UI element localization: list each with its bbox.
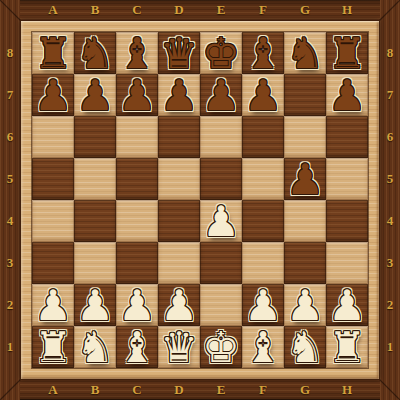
square-b4[interactable] (74, 200, 116, 242)
square-f6[interactable] (242, 116, 284, 158)
square-d3[interactable] (158, 242, 200, 284)
white-pawn-h2[interactable]: ♟ (328, 285, 366, 327)
black-rook-a8[interactable]: ♜ (34, 33, 72, 75)
black-pawn-e7[interactable]: ♟ (202, 75, 240, 117)
file-labels-top: ABCDEFGH (32, 0, 368, 20)
chess-board: ♜♞♝♛♚♝♞♜♟♟♟♟♟♟♟♟♟♟♟♟♟♟♟♟♜♞♝♛♚♝♞♜ (32, 32, 368, 368)
square-g5[interactable]: ♟ (284, 158, 326, 200)
square-d5[interactable] (158, 158, 200, 200)
black-king-e8[interactable]: ♚ (202, 33, 240, 75)
square-b7[interactable]: ♟ (74, 74, 116, 116)
square-g7[interactable] (284, 74, 326, 116)
black-pawn-g5[interactable]: ♟ (286, 159, 324, 201)
square-f1[interactable]: ♝ (242, 326, 284, 368)
square-f2[interactable]: ♟ (242, 284, 284, 326)
black-pawn-c7[interactable]: ♟ (118, 75, 156, 117)
black-pawn-f7[interactable]: ♟ (244, 75, 282, 117)
square-f7[interactable]: ♟ (242, 74, 284, 116)
square-h5[interactable] (326, 158, 368, 200)
square-h3[interactable] (326, 242, 368, 284)
square-g3[interactable] (284, 242, 326, 284)
square-e6[interactable] (200, 116, 242, 158)
white-king-e1[interactable]: ♚ (202, 327, 240, 369)
square-f4[interactable] (242, 200, 284, 242)
square-a1[interactable]: ♜ (32, 326, 74, 368)
file-label-top-h: H (326, 0, 368, 20)
black-bishop-f8[interactable]: ♝ (244, 33, 282, 75)
file-label-top-e: E (200, 0, 242, 20)
square-e8[interactable]: ♚ (200, 32, 242, 74)
square-h6[interactable] (326, 116, 368, 158)
square-b5[interactable] (74, 158, 116, 200)
square-f5[interactable] (242, 158, 284, 200)
square-h4[interactable] (326, 200, 368, 242)
black-rook-h8[interactable]: ♜ (328, 33, 366, 75)
square-c8[interactable]: ♝ (116, 32, 158, 74)
square-b1[interactable]: ♞ (74, 326, 116, 368)
square-b6[interactable] (74, 116, 116, 158)
white-rook-a1[interactable]: ♜ (34, 327, 72, 369)
square-g2[interactable]: ♟ (284, 284, 326, 326)
black-pawn-a7[interactable]: ♟ (34, 75, 72, 117)
white-pawn-b2[interactable]: ♟ (76, 285, 114, 327)
file-label-bottom-a: A (32, 380, 74, 400)
square-h1[interactable]: ♜ (326, 326, 368, 368)
white-knight-g1[interactable]: ♞ (286, 327, 324, 369)
frame-left-bar (0, 0, 20, 400)
file-label-bottom-f: F (242, 380, 284, 400)
square-e1[interactable]: ♚ (200, 326, 242, 368)
black-bishop-c8[interactable]: ♝ (118, 33, 156, 75)
square-d4[interactable] (158, 200, 200, 242)
black-pawn-b7[interactable]: ♟ (76, 75, 114, 117)
square-d8[interactable]: ♛ (158, 32, 200, 74)
square-c2[interactable]: ♟ (116, 284, 158, 326)
white-knight-b1[interactable]: ♞ (76, 327, 114, 369)
black-pawn-h7[interactable]: ♟ (328, 75, 366, 117)
square-h2[interactable]: ♟ (326, 284, 368, 326)
square-e4[interactable]: ♟ (200, 200, 242, 242)
square-g4[interactable] (284, 200, 326, 242)
black-queen-d8[interactable]: ♛ (160, 33, 198, 75)
square-h7[interactable]: ♟ (326, 74, 368, 116)
black-knight-g8[interactable]: ♞ (286, 33, 324, 75)
file-label-bottom-e: E (200, 380, 242, 400)
white-pawn-a2[interactable]: ♟ (34, 285, 72, 327)
square-b3[interactable] (74, 242, 116, 284)
square-c7[interactable]: ♟ (116, 74, 158, 116)
white-bishop-f1[interactable]: ♝ (244, 327, 282, 369)
square-a3[interactable] (32, 242, 74, 284)
file-label-bottom-d: D (158, 380, 200, 400)
black-pawn-d7[interactable]: ♟ (160, 75, 198, 117)
square-a8[interactable]: ♜ (32, 32, 74, 74)
white-pawn-e4[interactable]: ♟ (202, 201, 240, 243)
file-label-top-b: B (74, 0, 116, 20)
file-label-bottom-c: C (116, 380, 158, 400)
square-c3[interactable] (116, 242, 158, 284)
square-c1[interactable]: ♝ (116, 326, 158, 368)
square-c4[interactable] (116, 200, 158, 242)
file-label-bottom-h: H (326, 380, 368, 400)
square-f8[interactable]: ♝ (242, 32, 284, 74)
chess-board-window: ♜♞♝♛♚♝♞♜♟♟♟♟♟♟♟♟♟♟♟♟♟♟♟♟♜♞♝♛♚♝♞♜ ABCDEFG… (0, 0, 400, 400)
square-h8[interactable]: ♜ (326, 32, 368, 74)
square-b2[interactable]: ♟ (74, 284, 116, 326)
square-e5[interactable] (200, 158, 242, 200)
white-pawn-d2[interactable]: ♟ (160, 285, 198, 327)
square-d7[interactable]: ♟ (158, 74, 200, 116)
white-queen-d1[interactable]: ♛ (160, 327, 198, 369)
file-label-bottom-g: G (284, 380, 326, 400)
white-pawn-g2[interactable]: ♟ (286, 285, 324, 327)
square-d2[interactable]: ♟ (158, 284, 200, 326)
file-label-top-c: C (116, 0, 158, 20)
white-bishop-c1[interactable]: ♝ (118, 327, 156, 369)
square-g1[interactable]: ♞ (284, 326, 326, 368)
square-f3[interactable] (242, 242, 284, 284)
white-pawn-f2[interactable]: ♟ (244, 285, 282, 327)
white-rook-h1[interactable]: ♜ (328, 327, 366, 369)
white-pawn-c2[interactable]: ♟ (118, 285, 156, 327)
square-g6[interactable] (284, 116, 326, 158)
square-a7[interactable]: ♟ (32, 74, 74, 116)
square-a5[interactable] (32, 158, 74, 200)
square-a6[interactable] (32, 116, 74, 158)
square-a2[interactable]: ♟ (32, 284, 74, 326)
black-knight-b8[interactable]: ♞ (76, 33, 114, 75)
frame-right-bar (380, 0, 400, 400)
file-label-top-f: F (242, 0, 284, 20)
file-label-top-a: A (32, 0, 74, 20)
square-a4[interactable] (32, 200, 74, 242)
square-g8[interactable]: ♞ (284, 32, 326, 74)
square-d6[interactable] (158, 116, 200, 158)
square-e3[interactable] (200, 242, 242, 284)
file-label-bottom-b: B (74, 380, 116, 400)
square-b8[interactable]: ♞ (74, 32, 116, 74)
file-labels-bottom: ABCDEFGH (32, 380, 368, 400)
file-label-top-g: G (284, 0, 326, 20)
file-label-top-d: D (158, 0, 200, 20)
square-c6[interactable] (116, 116, 158, 158)
square-d1[interactable]: ♛ (158, 326, 200, 368)
square-c5[interactable] (116, 158, 158, 200)
square-e7[interactable]: ♟ (200, 74, 242, 116)
square-e2[interactable] (200, 284, 242, 326)
